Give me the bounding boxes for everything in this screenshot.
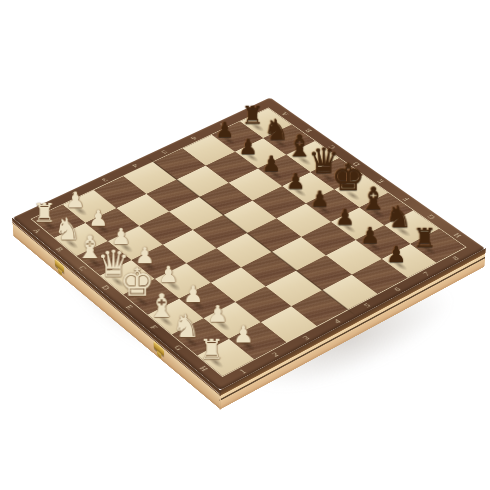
rank-label-2-kingside-edge: 2 bbox=[270, 351, 281, 359]
square-c5[interactable] bbox=[199, 183, 252, 215]
rank-label-8-kingside-edge: 8 bbox=[450, 255, 461, 262]
rank-label-5-kingside-edge: 5 bbox=[362, 302, 373, 309]
file-label-g-black-edge: G bbox=[425, 213, 437, 220]
file-label-g-white-edge: G bbox=[172, 344, 185, 352]
rank-label-4-kingside-edge: 4 bbox=[332, 318, 343, 325]
file-label-e-white-edge: E bbox=[124, 304, 136, 311]
rank-label-6-kingside-edge: 6 bbox=[392, 286, 403, 293]
photo-scene: ♜♞♝♛♚♝♞♜♟♟♟♟♟♟♟♟♟♟♟♟♟♟♟♟♜♞♝♛♚♝♞♜ AABBCCD… bbox=[0, 0, 490, 490]
brass-clasp-icon[interactable] bbox=[55, 259, 65, 274]
black-pawn[interactable]: ♟ bbox=[376, 243, 415, 265]
file-label-a-white-edge: A bbox=[31, 227, 43, 234]
white-rook[interactable]: ♜ bbox=[191, 335, 232, 363]
rank-label-7-kingside-edge: 7 bbox=[421, 270, 432, 277]
brass-clasp-icon[interactable] bbox=[154, 341, 164, 357]
rank-label-3-kingside-edge: 3 bbox=[301, 334, 312, 341]
rank-label-1-kingside-edge: 1 bbox=[238, 368, 249, 376]
file-label-d-white-edge: D bbox=[100, 284, 113, 292]
file-label-h-white-edge: H bbox=[197, 365, 210, 373]
